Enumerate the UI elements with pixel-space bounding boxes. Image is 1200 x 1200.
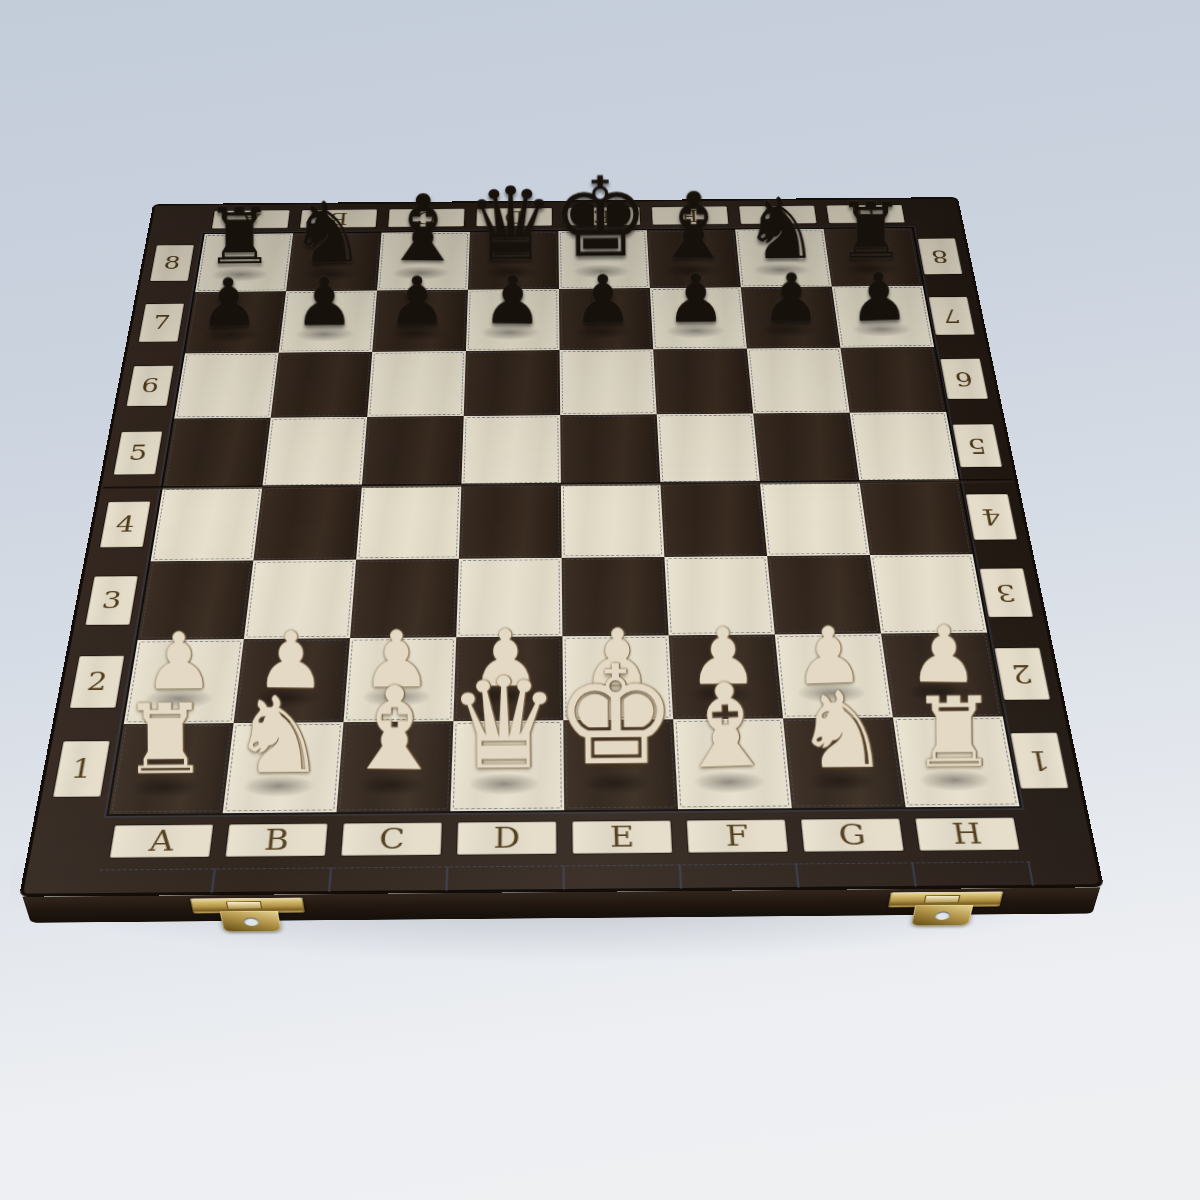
square-d8[interactable] (468, 231, 559, 290)
square-h8[interactable] (824, 228, 923, 287)
piece-white-bishop[interactable]: ♝ (670, 716, 788, 807)
square-a5[interactable] (163, 418, 271, 488)
square-a6[interactable] (174, 353, 278, 419)
square-d6[interactable] (464, 350, 560, 416)
square-g8[interactable] (735, 229, 832, 288)
piece-glyph: ♝ (342, 675, 446, 785)
piece-glyph: ♜ (122, 694, 210, 787)
square-d7[interactable] (466, 289, 560, 351)
square-c8[interactable] (377, 232, 470, 291)
square-b6[interactable] (271, 352, 373, 418)
piece-glyph: ♛ (447, 663, 561, 784)
square-b5[interactable] (262, 417, 367, 487)
piece-glyph: ♝ (672, 671, 779, 784)
square-c5[interactable] (362, 416, 464, 486)
chessboard: ABCDEFGH ABCDEFGH 87654321 87654321 ♜♞♝♛… (19, 197, 1104, 897)
square-f6[interactable] (653, 349, 753, 415)
piece-white-king[interactable]: ♚ (560, 717, 674, 808)
square-h7[interactable] (832, 286, 934, 348)
square-f8[interactable] (647, 230, 741, 289)
clasp-hole-icon (243, 918, 260, 926)
square-e8[interactable] (558, 230, 650, 289)
square-c6[interactable] (367, 351, 466, 417)
square-f7[interactable] (650, 287, 747, 349)
piece-glyph: ♜ (911, 687, 999, 780)
square-e6[interactable] (560, 349, 657, 415)
square-a7[interactable] (185, 291, 286, 353)
square-g7[interactable] (741, 287, 841, 349)
square-b7[interactable] (279, 290, 377, 352)
square-e5[interactable] (560, 414, 660, 484)
clasp-left (190, 898, 309, 938)
photo-scene: ABCDEFGH ABCDEFGH 87654321 87654321 ♜♞♝♛… (0, 0, 1200, 1200)
square-h6[interactable] (840, 347, 946, 413)
piece-white-rook[interactable]: ♜ (106, 721, 231, 812)
square-g5[interactable] (753, 413, 859, 483)
square-f5[interactable] (657, 413, 760, 483)
piece-glyph: ♞ (230, 685, 326, 786)
square-e7[interactable] (559, 288, 653, 350)
piece-white-knight[interactable]: ♞ (779, 715, 901, 806)
piece-white-bishop[interactable]: ♝ (333, 719, 450, 810)
square-c7[interactable] (372, 290, 468, 352)
square-a8[interactable] (195, 233, 293, 292)
square-h5[interactable] (850, 412, 959, 482)
piece-glyph: ♞ (794, 680, 890, 781)
square-d5[interactable] (461, 415, 561, 485)
square-b8[interactable] (286, 233, 381, 292)
clasp-right (884, 891, 1004, 931)
piece-glyph: ♚ (554, 651, 678, 783)
piece-white-rook[interactable]: ♜ (889, 714, 1015, 805)
piece-white-queen[interactable]: ♛ (447, 718, 561, 809)
piece-white-knight[interactable]: ♞ (220, 720, 341, 811)
square-g6[interactable] (747, 348, 850, 414)
